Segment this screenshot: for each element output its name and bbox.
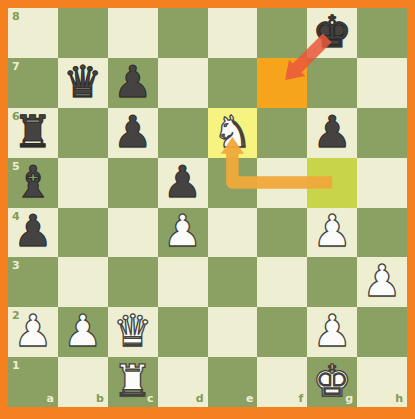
rank-label-1: 1: [12, 360, 20, 371]
file-label-a: a: [46, 393, 53, 404]
square-e4[interactable]: [208, 208, 258, 258]
rank-label-2: 2: [12, 310, 20, 321]
square-g2[interactable]: ♟: [307, 307, 357, 357]
square-e7[interactable]: [208, 58, 258, 108]
square-e2[interactable]: [208, 307, 258, 357]
square-b7[interactable]: ♛: [58, 58, 108, 108]
square-h4[interactable]: [357, 208, 407, 258]
square-e5[interactable]: [208, 158, 258, 208]
square-b5[interactable]: [58, 158, 108, 208]
black-rook-icon: ♜: [13, 110, 52, 154]
square-b8[interactable]: [58, 8, 108, 58]
white-king-icon: ♚: [312, 359, 351, 403]
square-c5[interactable]: [108, 158, 158, 208]
square-g3[interactable]: [307, 257, 357, 307]
square-h1[interactable]: h: [357, 357, 407, 407]
white-pawn-icon: ♟: [362, 259, 401, 303]
square-e3[interactable]: [208, 257, 258, 307]
square-h6[interactable]: [357, 108, 407, 158]
black-pawn-icon: ♟: [312, 110, 351, 154]
square-a7[interactable]: 7: [8, 58, 58, 108]
square-a5[interactable]: 5♝: [8, 158, 58, 208]
square-c4[interactable]: [108, 208, 158, 258]
file-label-c: c: [147, 393, 154, 404]
square-f8[interactable]: [257, 8, 307, 58]
square-a3[interactable]: 3: [8, 257, 58, 307]
square-c6[interactable]: ♟: [108, 108, 158, 158]
square-e6[interactable]: ♞: [208, 108, 258, 158]
square-d7[interactable]: [158, 58, 208, 108]
square-a8[interactable]: 8: [8, 8, 58, 58]
square-f5[interactable]: [257, 158, 307, 208]
file-label-g: g: [345, 393, 353, 404]
square-g4[interactable]: ♟: [307, 208, 357, 258]
square-c2[interactable]: ♛: [108, 307, 158, 357]
black-queen-icon: ♛: [63, 60, 102, 104]
rank-label-5: 5: [12, 161, 20, 172]
black-pawn-icon: ♟: [113, 60, 152, 104]
chess-board: 8♚7♛♟6♜♟♞♟5♝♟4♟♟♟3♟2♟♟♛♟1abc♜defg♚h: [8, 8, 407, 407]
file-label-b: b: [96, 393, 104, 404]
file-label-d: d: [196, 393, 204, 404]
square-f3[interactable]: [257, 257, 307, 307]
square-d2[interactable]: [158, 307, 208, 357]
black-king-icon: ♚: [312, 10, 351, 54]
white-queen-icon: ♛: [113, 309, 152, 353]
white-pawn-icon: ♟: [63, 309, 102, 353]
square-c8[interactable]: [108, 8, 158, 58]
square-e8[interactable]: [208, 8, 258, 58]
rank-label-8: 8: [12, 11, 20, 22]
white-pawn-icon: ♟: [312, 209, 351, 253]
square-h8[interactable]: [357, 8, 407, 58]
square-f6[interactable]: [257, 108, 307, 158]
square-f2[interactable]: [257, 307, 307, 357]
square-a1[interactable]: 1a: [8, 357, 58, 407]
square-f7[interactable]: [257, 58, 307, 108]
square-a2[interactable]: 2♟: [8, 307, 58, 357]
square-g7[interactable]: [307, 58, 357, 108]
white-knight-icon: ♞: [213, 110, 252, 154]
square-f4[interactable]: [257, 208, 307, 258]
rank-label-7: 7: [12, 61, 20, 72]
square-b6[interactable]: [58, 108, 108, 158]
square-d8[interactable]: [158, 8, 208, 58]
square-d5[interactable]: ♟: [158, 158, 208, 208]
file-label-e: e: [246, 393, 253, 404]
square-g1[interactable]: g♚: [307, 357, 357, 407]
square-h7[interactable]: [357, 58, 407, 108]
square-c7[interactable]: ♟: [108, 58, 158, 108]
white-pawn-icon: ♟: [13, 309, 52, 353]
black-bishop-icon: ♝: [13, 160, 52, 204]
square-c3[interactable]: [108, 257, 158, 307]
square-b1[interactable]: b: [58, 357, 108, 407]
square-a6[interactable]: 6♜: [8, 108, 58, 158]
square-b3[interactable]: [58, 257, 108, 307]
square-g6[interactable]: ♟: [307, 108, 357, 158]
square-h3[interactable]: ♟: [357, 257, 407, 307]
square-g5[interactable]: [307, 158, 357, 208]
file-label-f: f: [298, 393, 303, 404]
square-c1[interactable]: c♜: [108, 357, 158, 407]
square-h2[interactable]: [357, 307, 407, 357]
white-pawn-icon: ♟: [312, 309, 351, 353]
black-pawn-icon: ♟: [163, 160, 202, 204]
square-d1[interactable]: d: [158, 357, 208, 407]
square-d3[interactable]: [158, 257, 208, 307]
black-pawn-icon: ♟: [113, 110, 152, 154]
white-pawn-icon: ♟: [163, 209, 202, 253]
square-g8[interactable]: ♚: [307, 8, 357, 58]
square-e1[interactable]: e: [208, 357, 258, 407]
square-h5[interactable]: [357, 158, 407, 208]
black-pawn-icon: ♟: [13, 209, 52, 253]
square-d6[interactable]: [158, 108, 208, 158]
white-rook-icon: ♜: [113, 359, 152, 403]
rank-label-3: 3: [12, 260, 20, 271]
board-frame: 8♚7♛♟6♜♟♞♟5♝♟4♟♟♟3♟2♟♟♛♟1abc♜defg♚h: [0, 0, 415, 419]
file-label-h: h: [395, 393, 403, 404]
square-a4[interactable]: 4♟: [8, 208, 58, 258]
rank-label-6: 6: [12, 111, 20, 122]
square-d4[interactable]: ♟: [158, 208, 208, 258]
square-b4[interactable]: [58, 208, 108, 258]
square-f1[interactable]: f: [257, 357, 307, 407]
square-b2[interactable]: ♟: [58, 307, 108, 357]
rank-label-4: 4: [12, 211, 20, 222]
